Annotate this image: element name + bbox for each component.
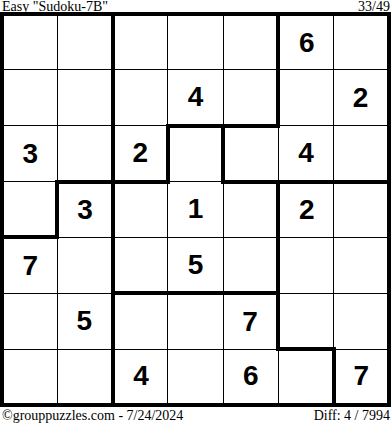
sudoku-board: 6423243127557467 (0, 12, 391, 407)
cell-r4c6-given: 2 (278, 182, 333, 238)
cell-r1c4[interactable] (168, 14, 223, 70)
cell-r6c7[interactable] (334, 293, 389, 349)
cell-r2c2[interactable] (57, 70, 112, 126)
cell-r4c7[interactable] (334, 182, 389, 238)
cell-r2c4-given: 4 (168, 70, 223, 126)
cell-r3c1-given: 3 (2, 126, 57, 182)
cell-r4c3[interactable] (113, 182, 168, 238)
cell-r7c7-given: 7 (334, 349, 389, 405)
cell-r3c7[interactable] (334, 126, 389, 182)
cell-r5c1-given: 7 (2, 237, 57, 293)
cell-r6c3[interactable] (113, 293, 168, 349)
cell-r4c1[interactable] (2, 182, 57, 238)
cell-r7c2[interactable] (57, 349, 112, 405)
cell-r7c3-given: 4 (113, 349, 168, 405)
board-row-1: 6 (2, 14, 389, 70)
board-row-4: 312 (2, 182, 389, 238)
cell-r6c2-given: 5 (57, 293, 112, 349)
cell-r2c3[interactable] (113, 70, 168, 126)
cell-r7c6[interactable] (278, 349, 333, 405)
cell-r1c7[interactable] (334, 14, 389, 70)
copyright-date: ©grouppuzzles.com - 7/24/2024 (2, 409, 183, 423)
cell-r1c3[interactable] (113, 14, 168, 70)
cell-r1c6-given: 6 (278, 14, 333, 70)
cell-r6c6[interactable] (278, 293, 333, 349)
board-row-7: 467 (2, 349, 389, 405)
cell-r7c1[interactable] (2, 349, 57, 405)
cell-r7c5-given: 6 (223, 349, 278, 405)
difficulty-rating: Diff: 4 / 7994 (314, 409, 390, 423)
cell-r5c6[interactable] (278, 237, 333, 293)
cell-r4c2-given: 3 (57, 182, 112, 238)
board-row-2: 42 (2, 70, 389, 126)
cell-r3c3-given: 2 (113, 126, 168, 182)
cell-r5c7[interactable] (334, 237, 389, 293)
cell-r1c5[interactable] (223, 14, 278, 70)
cell-r7c4[interactable] (168, 349, 223, 405)
cell-r1c1[interactable] (2, 14, 57, 70)
cell-r6c1[interactable] (2, 293, 57, 349)
board-row-3: 324 (2, 126, 389, 182)
board-row-5: 75 (2, 237, 389, 293)
cell-r6c5-given: 7 (223, 293, 278, 349)
cell-r3c5[interactable] (223, 126, 278, 182)
cell-r2c1[interactable] (2, 70, 57, 126)
cell-r5c3[interactable] (113, 237, 168, 293)
board-row-6: 57 (2, 293, 389, 349)
cell-r5c2[interactable] (57, 237, 112, 293)
cell-r5c4-given: 5 (168, 237, 223, 293)
puzzle-page: Easy "Sudoku-7B" 33/49 6423243127557467 … (0, 0, 391, 426)
cell-r4c4-given: 1 (168, 182, 223, 238)
cell-r4c5[interactable] (223, 182, 278, 238)
cell-r1c2[interactable] (57, 14, 112, 70)
cell-r3c4[interactable] (168, 126, 223, 182)
cell-r2c5[interactable] (223, 70, 278, 126)
cell-r2c7-given: 2 (334, 70, 389, 126)
cell-r3c2[interactable] (57, 126, 112, 182)
cell-r5c5[interactable] (223, 237, 278, 293)
cell-r3c6-given: 4 (278, 126, 333, 182)
cell-r2c6[interactable] (278, 70, 333, 126)
cell-r6c4[interactable] (168, 293, 223, 349)
